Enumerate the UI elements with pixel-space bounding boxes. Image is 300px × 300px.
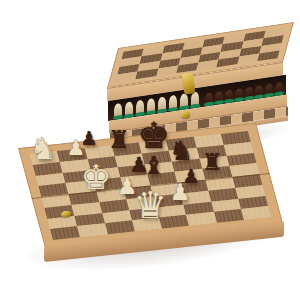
chess-piece-black-rook: ♜ bbox=[108, 127, 130, 152]
chess-piece-black-pawn: ♟ bbox=[80, 129, 97, 148]
chess-piece-black-king: ♚ bbox=[138, 118, 170, 154]
pieces-layer: ♞♟♚♟♛♟♟♜♚♝♞♟♟♜ bbox=[0, 0, 300, 300]
chess-piece-black-rook: ♜ bbox=[202, 151, 223, 174]
chess-piece-black-knight: ♞ bbox=[169, 137, 193, 164]
product-photo-scene: ♞♟♚♟♛♟♟♜♚♝♞♟♟♜ bbox=[0, 0, 300, 300]
chess-piece-black-pawn: ♟ bbox=[130, 155, 149, 176]
chess-piece-white-queen: ♛ bbox=[133, 187, 166, 224]
chess-piece-white-knight: ♞ bbox=[30, 134, 57, 164]
chess-piece-white-king: ♚ bbox=[81, 160, 111, 194]
chess-piece-black-pawn: ♟ bbox=[182, 167, 199, 186]
